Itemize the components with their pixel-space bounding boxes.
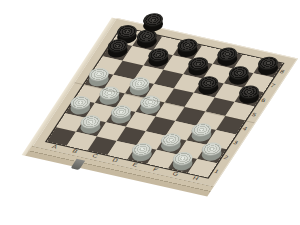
checkers-board-photo: ABCDEFGH 87654321 — [0, 0, 300, 225]
board-frame: ABCDEFGH 87654321 — [33, 18, 298, 186]
